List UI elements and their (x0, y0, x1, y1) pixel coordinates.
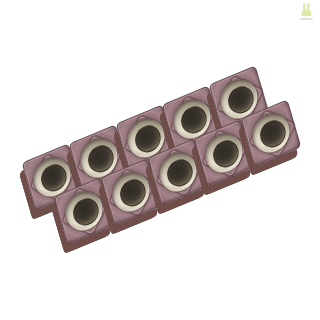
watermark-logo (299, 3, 314, 23)
product-photo-scene (0, 0, 320, 320)
rabbit-logo-icon (300, 3, 313, 17)
watermark-caption-illegible (300, 18, 313, 20)
insert-tray (0, 0, 320, 320)
